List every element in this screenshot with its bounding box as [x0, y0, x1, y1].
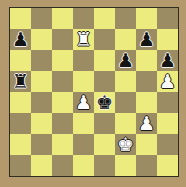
square-h3[interactable]: [157, 113, 178, 134]
square-g5[interactable]: [136, 71, 157, 92]
square-e3[interactable]: [94, 113, 115, 134]
square-a1[interactable]: [10, 155, 31, 176]
square-e7[interactable]: [94, 29, 115, 50]
square-d1[interactable]: [73, 155, 94, 176]
square-h6[interactable]: ♟: [157, 50, 178, 71]
square-a6[interactable]: [10, 50, 31, 71]
piece-white-rook[interactable]: ♜: [75, 29, 92, 50]
square-f7[interactable]: [115, 29, 136, 50]
square-e2[interactable]: [94, 134, 115, 155]
square-h4[interactable]: [157, 92, 178, 113]
square-a4[interactable]: [10, 92, 31, 113]
square-c8[interactable]: [52, 8, 73, 29]
square-d6[interactable]: [73, 50, 94, 71]
square-a5[interactable]: ♜: [10, 71, 31, 92]
square-e1[interactable]: [94, 155, 115, 176]
piece-black-pawn[interactable]: ♟: [12, 29, 29, 50]
square-g6[interactable]: [136, 50, 157, 71]
square-b3[interactable]: [31, 113, 52, 134]
square-a8[interactable]: [10, 8, 31, 29]
square-e4[interactable]: ♚: [94, 92, 115, 113]
square-d4[interactable]: ♟: [73, 92, 94, 113]
square-h2[interactable]: [157, 134, 178, 155]
square-a3[interactable]: [10, 113, 31, 134]
square-a7[interactable]: ♟: [10, 29, 31, 50]
square-a2[interactable]: [10, 134, 31, 155]
square-f3[interactable]: [115, 113, 136, 134]
square-b7[interactable]: [31, 29, 52, 50]
square-d2[interactable]: [73, 134, 94, 155]
square-c6[interactable]: [52, 50, 73, 71]
piece-white-pawn[interactable]: ♟: [138, 113, 155, 134]
square-g4[interactable]: [136, 92, 157, 113]
square-g7[interactable]: ♟: [136, 29, 157, 50]
square-f4[interactable]: [115, 92, 136, 113]
square-d8[interactable]: [73, 8, 94, 29]
square-c3[interactable]: [52, 113, 73, 134]
square-d5[interactable]: [73, 71, 94, 92]
piece-white-pawn[interactable]: ♟: [75, 92, 92, 113]
piece-white-pawn[interactable]: ♟: [159, 71, 176, 92]
square-e8[interactable]: [94, 8, 115, 29]
square-c4[interactable]: [52, 92, 73, 113]
square-e5[interactable]: [94, 71, 115, 92]
square-g3[interactable]: ♟: [136, 113, 157, 134]
piece-white-king[interactable]: ♚: [117, 134, 134, 155]
square-h1[interactable]: [157, 155, 178, 176]
square-h8[interactable]: [157, 8, 178, 29]
square-b5[interactable]: [31, 71, 52, 92]
square-g1[interactable]: [136, 155, 157, 176]
square-f1[interactable]: [115, 155, 136, 176]
square-h7[interactable]: [157, 29, 178, 50]
square-f5[interactable]: [115, 71, 136, 92]
square-c1[interactable]: [52, 155, 73, 176]
piece-black-pawn[interactable]: ♟: [117, 50, 134, 71]
piece-black-rook[interactable]: ♜: [12, 71, 29, 92]
square-b6[interactable]: [31, 50, 52, 71]
square-g2[interactable]: [136, 134, 157, 155]
square-f2[interactable]: ♚: [115, 134, 136, 155]
piece-black-king[interactable]: ♚: [96, 92, 113, 113]
square-f6[interactable]: ♟: [115, 50, 136, 71]
square-f8[interactable]: [115, 8, 136, 29]
square-c5[interactable]: [52, 71, 73, 92]
square-c7[interactable]: [52, 29, 73, 50]
square-e6[interactable]: [94, 50, 115, 71]
square-b8[interactable]: [31, 8, 52, 29]
piece-black-pawn[interactable]: ♟: [138, 29, 155, 50]
square-g8[interactable]: [136, 8, 157, 29]
chess-window-background: ♟♜♟♟♟♜♟♟♚♟♚: [0, 0, 186, 187]
square-c2[interactable]: [52, 134, 73, 155]
square-h5[interactable]: ♟: [157, 71, 178, 92]
square-b4[interactable]: [31, 92, 52, 113]
chess-board: ♟♜♟♟♟♜♟♟♚♟♚: [9, 7, 179, 177]
square-b2[interactable]: [31, 134, 52, 155]
square-b1[interactable]: [31, 155, 52, 176]
square-d7[interactable]: ♜: [73, 29, 94, 50]
piece-black-pawn[interactable]: ♟: [159, 50, 176, 71]
square-d3[interactable]: [73, 113, 94, 134]
